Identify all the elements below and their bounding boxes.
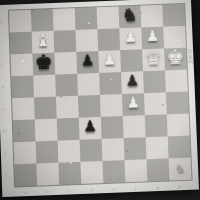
square-c4[interactable] — [56, 96, 79, 119]
square-h3[interactable] — [167, 113, 190, 136]
square-a7[interactable] — [10, 32, 33, 55]
square-f1[interactable] — [125, 159, 148, 182]
square-h4[interactable] — [166, 92, 189, 115]
square-e7[interactable] — [97, 28, 120, 51]
file-label-b: b — [46, 189, 49, 194]
square-a1[interactable] — [14, 164, 37, 187]
square-f3[interactable] — [123, 115, 146, 138]
square-e3[interactable] — [101, 116, 124, 139]
square-c2[interactable] — [58, 140, 81, 163]
square-f6[interactable] — [120, 49, 143, 72]
square-d5[interactable] — [77, 73, 100, 96]
square-e5[interactable] — [99, 72, 122, 95]
square-g8[interactable] — [140, 5, 163, 28]
square-e6[interactable]: ♟ — [98, 50, 121, 73]
square-c3[interactable] — [57, 118, 80, 141]
square-a5[interactable] — [11, 75, 34, 98]
rank-label-5: 5 — [1, 84, 4, 89]
white-pawn[interactable]: ♟ — [103, 52, 117, 67]
file-label-c: c — [69, 188, 71, 193]
black-pawn[interactable]: ♟ — [125, 73, 139, 88]
square-h8[interactable] — [162, 4, 185, 27]
chessboard-photo: ♞♝♟♟♚♟♟♛♚♟♟♟♞ abcdefgh 87654321 OHC — [0, 0, 200, 200]
square-a2[interactable] — [14, 141, 37, 164]
square-h2[interactable] — [168, 136, 191, 159]
square-a3[interactable] — [13, 119, 36, 142]
square-d8[interactable] — [75, 7, 98, 30]
square-e2[interactable] — [102, 138, 125, 161]
square-f5[interactable]: ♟ — [121, 71, 144, 94]
square-d4[interactable] — [78, 95, 101, 118]
file-label-d: d — [90, 188, 93, 193]
white-queen[interactable]: ♛ — [145, 48, 163, 68]
black-pawn[interactable]: ♟ — [81, 53, 95, 68]
square-d2[interactable] — [80, 139, 103, 162]
square-g3[interactable] — [145, 114, 168, 137]
file-label-e: e — [113, 187, 116, 192]
square-a6[interactable] — [10, 54, 33, 77]
rank-label-6: 6 — [1, 62, 4, 67]
square-d3[interactable]: ♟ — [79, 117, 102, 140]
square-b4[interactable] — [34, 97, 57, 120]
white-pawn[interactable]: ♟ — [146, 28, 160, 43]
square-e1[interactable] — [102, 160, 125, 183]
file-label-f: f — [135, 186, 137, 191]
square-e4[interactable] — [100, 94, 123, 117]
square-g2[interactable] — [146, 136, 169, 159]
square-e8[interactable] — [97, 6, 120, 29]
square-b3[interactable] — [35, 119, 58, 142]
square-b5[interactable] — [33, 75, 56, 98]
black-king[interactable]: ♚ — [34, 52, 53, 73]
rank-coordinates: 87654321 — [0, 10, 8, 186]
square-c6[interactable] — [54, 52, 77, 75]
rank-label-1: 1 — [5, 172, 8, 177]
chess-board: ♞♝♟♟♚♟♟♛♚♟♟♟♞ abcdefgh 87654321 OHC — [0, 0, 199, 197]
square-d1[interactable] — [80, 161, 103, 184]
square-b2[interactable] — [36, 141, 59, 164]
square-c1[interactable] — [58, 162, 81, 185]
rank-label-8: 8 — [0, 18, 2, 23]
square-f8[interactable]: ♞ — [118, 6, 141, 29]
square-g6[interactable]: ♛ — [142, 48, 165, 71]
square-d6[interactable]: ♟ — [76, 51, 99, 74]
square-c8[interactable] — [53, 8, 76, 31]
square-h6[interactable]: ♚ — [164, 48, 187, 71]
rank-label-2: 2 — [4, 150, 7, 155]
square-a4[interactable] — [12, 97, 35, 120]
square-h5[interactable] — [165, 70, 188, 93]
square-c7[interactable] — [54, 30, 77, 53]
board-corner-knight-emblem: ♞ — [173, 161, 187, 176]
square-f7[interactable]: ♟ — [119, 27, 142, 50]
square-b6[interactable]: ♚ — [32, 53, 55, 76]
square-g4[interactable] — [144, 92, 167, 115]
square-g5[interactable] — [143, 70, 166, 93]
square-h1[interactable]: ♞ — [169, 158, 192, 181]
square-f2[interactable] — [124, 137, 147, 160]
square-c5[interactable] — [55, 74, 78, 97]
square-f4[interactable]: ♟ — [122, 93, 145, 116]
white-king[interactable]: ♚ — [166, 47, 185, 68]
rank-label-3: 3 — [3, 128, 6, 133]
black-pawn[interactable]: ♟ — [83, 119, 97, 135]
square-a8[interactable] — [9, 10, 32, 33]
black-knight[interactable]: ♞ — [121, 6, 138, 24]
file-label-a: a — [24, 190, 27, 195]
white-bishop[interactable]: ♝ — [35, 31, 52, 50]
square-b1[interactable] — [36, 163, 59, 186]
board-brand-text: OHC — [187, 49, 194, 65]
file-label-h: h — [178, 184, 181, 189]
rank-label-7: 7 — [0, 40, 3, 45]
file-label-g: g — [156, 185, 159, 190]
film-grain-specks — [0, 0, 2, 2]
white-pawn[interactable]: ♟ — [126, 95, 140, 111]
square-d7[interactable] — [75, 29, 98, 52]
square-g1[interactable] — [147, 158, 170, 181]
board-grid: ♞♝♟♟♚♟♟♛♚♟♟♟♞ — [8, 3, 193, 188]
white-pawn[interactable]: ♟ — [124, 29, 138, 44]
rank-label-4: 4 — [2, 106, 5, 111]
